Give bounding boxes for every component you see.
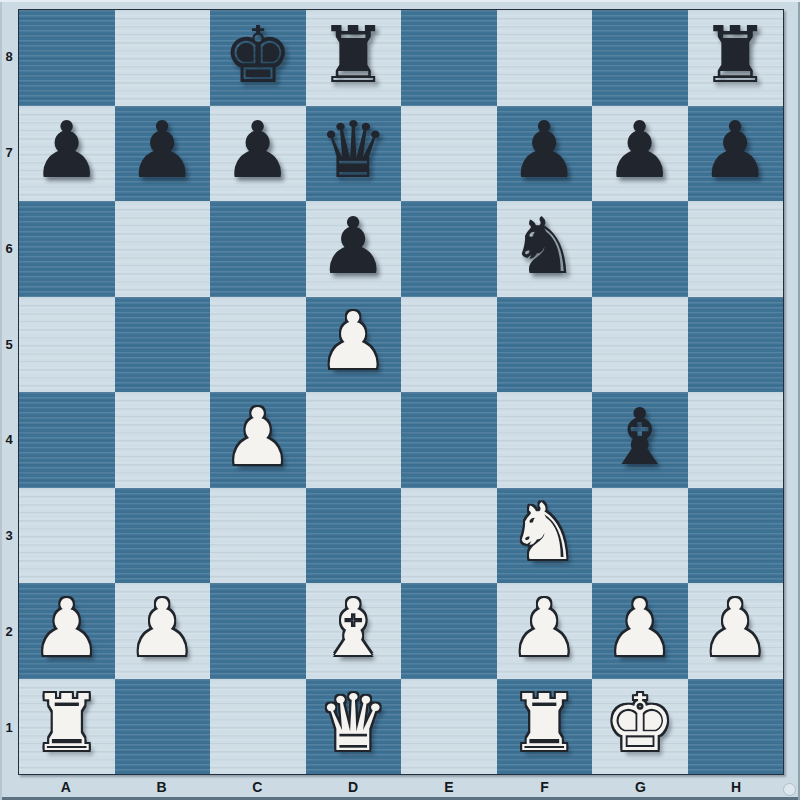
square-g5[interactable]: [592, 297, 688, 393]
square-h6[interactable]: [688, 201, 784, 297]
square-c4[interactable]: ♟: [210, 392, 306, 488]
square-g2[interactable]: ♟: [592, 583, 688, 679]
square-h7[interactable]: ♟: [688, 106, 784, 202]
square-d4[interactable]: [306, 392, 402, 488]
black-pawn-a7[interactable]: ♟: [32, 111, 102, 189]
black-bishop-g4[interactable]: ♝: [605, 398, 675, 476]
square-d8[interactable]: ♜: [306, 10, 402, 106]
white-knight-f3[interactable]: ♞: [509, 493, 579, 571]
square-g8[interactable]: [592, 10, 688, 106]
square-f7[interactable]: ♟: [497, 106, 593, 202]
rank-label-1: 1: [0, 679, 18, 775]
square-f8[interactable]: [497, 10, 593, 106]
square-e7[interactable]: [401, 106, 497, 202]
black-rook-h8[interactable]: ♜: [700, 16, 770, 94]
square-a8[interactable]: [19, 10, 115, 106]
rank-label-2: 2: [0, 584, 18, 680]
square-e5[interactable]: [401, 297, 497, 393]
square-b5[interactable]: [115, 297, 211, 393]
black-rook-d8[interactable]: ♜: [318, 16, 388, 94]
square-b2[interactable]: ♟: [115, 583, 211, 679]
black-pawn-g7[interactable]: ♟: [605, 111, 675, 189]
square-c8[interactable]: ♚: [210, 10, 306, 106]
white-pawn-g2[interactable]: ♟: [605, 589, 675, 667]
square-c3[interactable]: [210, 488, 306, 584]
white-pawn-h2[interactable]: ♟: [700, 589, 770, 667]
square-c6[interactable]: [210, 201, 306, 297]
square-h5[interactable]: [688, 297, 784, 393]
square-e6[interactable]: [401, 201, 497, 297]
square-e2[interactable]: [401, 583, 497, 679]
square-f1[interactable]: ♜: [497, 679, 593, 775]
black-pawn-f7[interactable]: ♟: [509, 111, 579, 189]
square-a7[interactable]: ♟: [19, 106, 115, 202]
black-pawn-b7[interactable]: ♟: [127, 111, 197, 189]
square-b4[interactable]: [115, 392, 211, 488]
square-e4[interactable]: [401, 392, 497, 488]
black-king-c8[interactable]: ♚: [223, 16, 293, 94]
rank-label-5: 5: [0, 296, 18, 392]
rank-label-8: 8: [0, 9, 18, 105]
square-b1[interactable]: [115, 679, 211, 775]
file-label-c: C: [210, 776, 306, 798]
square-f4[interactable]: [497, 392, 593, 488]
square-b7[interactable]: ♟: [115, 106, 211, 202]
square-d7[interactable]: ♛: [306, 106, 402, 202]
black-pawn-h7[interactable]: ♟: [700, 111, 770, 189]
square-d1[interactable]: ♛: [306, 679, 402, 775]
file-label-g: G: [593, 776, 689, 798]
rank-labels: 87654321: [0, 9, 18, 775]
square-d5[interactable]: ♟: [306, 297, 402, 393]
black-pawn-d6[interactable]: ♟: [318, 207, 388, 285]
square-f2[interactable]: ♟: [497, 583, 593, 679]
square-g6[interactable]: [592, 201, 688, 297]
square-a4[interactable]: [19, 392, 115, 488]
black-queen-d7[interactable]: ♛: [318, 111, 388, 189]
file-label-b: B: [114, 776, 210, 798]
square-h4[interactable]: [688, 392, 784, 488]
rank-label-4: 4: [0, 392, 18, 488]
white-pawn-c4[interactable]: ♟: [223, 398, 293, 476]
square-g4[interactable]: ♝: [592, 392, 688, 488]
file-label-a: A: [18, 776, 114, 798]
white-rook-f1[interactable]: ♜: [509, 684, 579, 762]
square-g3[interactable]: [592, 488, 688, 584]
white-rook-a1[interactable]: ♜: [32, 684, 102, 762]
white-queen-d1[interactable]: ♛: [318, 684, 388, 762]
file-label-d: D: [305, 776, 401, 798]
white-pawn-a2[interactable]: ♟: [32, 589, 102, 667]
square-f6[interactable]: ♞: [497, 201, 593, 297]
square-d3[interactable]: [306, 488, 402, 584]
square-b8[interactable]: [115, 10, 211, 106]
square-d2[interactable]: ♝: [306, 583, 402, 679]
square-h8[interactable]: ♜: [688, 10, 784, 106]
square-e8[interactable]: [401, 10, 497, 106]
rank-label-3: 3: [0, 488, 18, 584]
square-a1[interactable]: ♜: [19, 679, 115, 775]
white-pawn-b2[interactable]: ♟: [127, 589, 197, 667]
square-a5[interactable]: [19, 297, 115, 393]
white-bishop-d2[interactable]: ♝: [318, 589, 388, 667]
corner-dot: [783, 783, 796, 796]
square-a3[interactable]: [19, 488, 115, 584]
square-g1[interactable]: ♚: [592, 679, 688, 775]
square-a6[interactable]: [19, 201, 115, 297]
square-h1[interactable]: [688, 679, 784, 775]
square-a2[interactable]: ♟: [19, 583, 115, 679]
square-e1[interactable]: [401, 679, 497, 775]
black-pawn-c7[interactable]: ♟: [223, 111, 293, 189]
square-c5[interactable]: [210, 297, 306, 393]
square-b3[interactable]: [115, 488, 211, 584]
white-king-g1[interactable]: ♚: [605, 684, 675, 762]
square-h2[interactable]: ♟: [688, 583, 784, 679]
square-g7[interactable]: ♟: [592, 106, 688, 202]
file-label-e: E: [401, 776, 497, 798]
rank-label-6: 6: [0, 201, 18, 297]
black-knight-f6[interactable]: ♞: [509, 207, 579, 285]
square-b6[interactable]: [115, 201, 211, 297]
rank-label-7: 7: [0, 105, 18, 201]
square-f3[interactable]: ♞: [497, 488, 593, 584]
square-h3[interactable]: [688, 488, 784, 584]
square-c7[interactable]: ♟: [210, 106, 306, 202]
square-d6[interactable]: ♟: [306, 201, 402, 297]
square-c2[interactable]: [210, 583, 306, 679]
square-c1[interactable]: [210, 679, 306, 775]
file-label-h: H: [688, 776, 784, 798]
square-e3[interactable]: [401, 488, 497, 584]
file-labels: ABCDEFGH: [18, 776, 784, 798]
chess-board[interactable]: ♚♜♜♟♟♟♛♟♟♟♟♞♟♟♝♞♟♟♝♟♟♟♜♛♜♚: [18, 9, 784, 775]
white-pawn-d5[interactable]: ♟: [318, 302, 388, 380]
square-f5[interactable]: [497, 297, 593, 393]
board-frame: 87654321 ♚♜♜♟♟♟♛♟♟♟♟♞♟♟♝♞♟♟♝♟♟♟♜♛♜♚ ABCD…: [0, 0, 800, 800]
file-label-f: F: [497, 776, 593, 798]
white-pawn-f2[interactable]: ♟: [509, 589, 579, 667]
